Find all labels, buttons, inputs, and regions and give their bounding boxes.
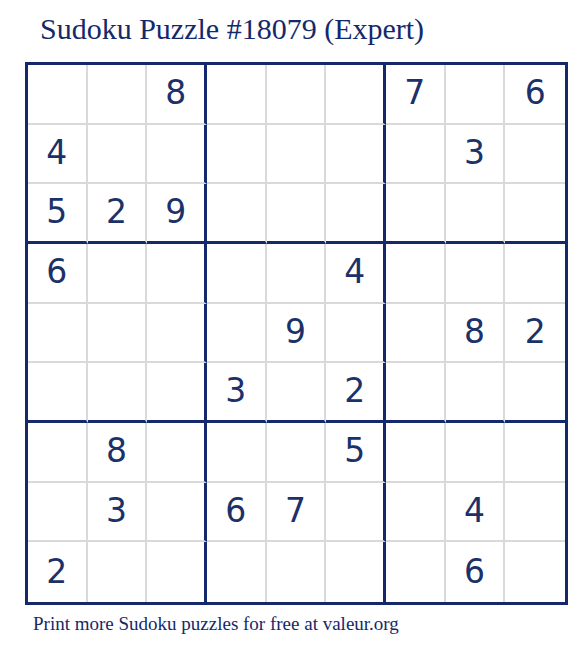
cell-r8c3 [147, 483, 207, 543]
cell-r8c8: 4 [446, 483, 506, 543]
given-digit: 2 [344, 374, 365, 407]
cell-r7c3 [147, 423, 207, 483]
given-digit: 6 [525, 76, 546, 109]
cell-r6c1 [28, 363, 88, 423]
cell-r1c6 [326, 65, 386, 125]
cell-r5c2 [88, 304, 148, 364]
cell-r9c4 [207, 542, 267, 602]
given-digit: 2 [46, 555, 67, 588]
sudoku-print-page: Sudoku Puzzle #18079 (Expert) 8764352964… [0, 0, 580, 651]
cell-r2c6 [326, 125, 386, 185]
cell-r7c5 [267, 423, 327, 483]
cell-r9c9 [505, 542, 565, 602]
given-digit: 2 [106, 195, 127, 228]
cell-r6c6: 2 [326, 363, 386, 423]
cell-r8c7 [386, 483, 446, 543]
given-digit: 6 [225, 494, 246, 527]
given-digit: 8 [165, 76, 186, 109]
given-digit: 9 [285, 315, 306, 348]
cell-r2c8: 3 [446, 125, 506, 185]
given-digit: 6 [464, 555, 485, 588]
cell-r4c3 [147, 244, 207, 304]
given-digit: 2 [525, 315, 546, 348]
cell-r2c3 [147, 125, 207, 185]
cell-r1c4 [207, 65, 267, 125]
cell-r5c1 [28, 304, 88, 364]
cell-r1c8 [446, 65, 506, 125]
cell-r8c4: 6 [207, 483, 267, 543]
given-digit: 8 [106, 434, 127, 467]
cell-r1c2 [88, 65, 148, 125]
cell-r3c9 [505, 184, 565, 244]
cell-r5c4 [207, 304, 267, 364]
cell-r5c5: 9 [267, 304, 327, 364]
cell-r1c5 [267, 65, 327, 125]
given-digit: 7 [285, 494, 306, 527]
given-digit: 4 [344, 255, 365, 288]
cell-r5c9: 2 [505, 304, 565, 364]
footer-text: Print more Sudoku puzzles for free at va… [33, 613, 399, 635]
cell-r9c8: 6 [446, 542, 506, 602]
cell-r5c3 [147, 304, 207, 364]
given-digit: 3 [225, 374, 246, 407]
given-digit: 3 [464, 136, 485, 169]
cell-r2c1: 4 [28, 125, 88, 185]
cell-r4c2 [88, 244, 148, 304]
cell-r6c4: 3 [207, 363, 267, 423]
cell-r6c9 [505, 363, 565, 423]
cell-r6c7 [386, 363, 446, 423]
cell-r7c7 [386, 423, 446, 483]
cell-r3c4 [207, 184, 267, 244]
cell-r7c2: 8 [88, 423, 148, 483]
given-digit: 3 [106, 494, 127, 527]
cell-r8c5: 7 [267, 483, 327, 543]
cell-r1c1 [28, 65, 88, 125]
cell-r7c8 [446, 423, 506, 483]
cell-r4c9 [505, 244, 565, 304]
cell-r1c9: 6 [505, 65, 565, 125]
cell-r3c3: 9 [147, 184, 207, 244]
cell-r3c6 [326, 184, 386, 244]
cell-r2c2 [88, 125, 148, 185]
page-title: Sudoku Puzzle #18079 (Expert) [40, 12, 424, 46]
cell-r9c3 [147, 542, 207, 602]
cell-r3c7 [386, 184, 446, 244]
cell-r4c1: 6 [28, 244, 88, 304]
cell-r7c9 [505, 423, 565, 483]
cell-r8c2: 3 [88, 483, 148, 543]
cell-r3c2: 2 [88, 184, 148, 244]
cell-r1c3: 8 [147, 65, 207, 125]
cell-r5c8: 8 [446, 304, 506, 364]
cell-r9c1: 2 [28, 542, 88, 602]
given-digit: 5 [46, 195, 67, 228]
given-digit: 8 [464, 315, 485, 348]
cell-r6c2 [88, 363, 148, 423]
cell-r4c8 [446, 244, 506, 304]
given-digit: 4 [46, 136, 67, 169]
cell-r7c6: 5 [326, 423, 386, 483]
cell-r4c7 [386, 244, 446, 304]
cell-r6c5 [267, 363, 327, 423]
cell-r9c7 [386, 542, 446, 602]
sudoku-board: 87643529649823285367426 [25, 62, 568, 605]
cell-r9c5 [267, 542, 327, 602]
given-digit: 4 [464, 494, 485, 527]
cell-r4c6: 4 [326, 244, 386, 304]
cell-r4c4 [207, 244, 267, 304]
cell-r4c5 [267, 244, 327, 304]
cell-r9c2 [88, 542, 148, 602]
given-digit: 9 [165, 195, 186, 228]
cell-r3c1: 5 [28, 184, 88, 244]
cell-r3c8 [446, 184, 506, 244]
cell-r7c4 [207, 423, 267, 483]
given-digit: 5 [344, 434, 365, 467]
cell-r5c6 [326, 304, 386, 364]
cell-r1c7: 7 [386, 65, 446, 125]
cell-r2c9 [505, 125, 565, 185]
cell-r6c3 [147, 363, 207, 423]
given-digit: 7 [404, 76, 425, 109]
cell-r6c8 [446, 363, 506, 423]
cell-r8c1 [28, 483, 88, 543]
cell-r3c5 [267, 184, 327, 244]
cell-r8c9 [505, 483, 565, 543]
cell-r5c7 [386, 304, 446, 364]
cell-r2c5 [267, 125, 327, 185]
cell-r8c6 [326, 483, 386, 543]
cell-r7c1 [28, 423, 88, 483]
given-digit: 6 [46, 255, 67, 288]
cell-r9c6 [326, 542, 386, 602]
cell-r2c4 [207, 125, 267, 185]
cell-r2c7 [386, 125, 446, 185]
